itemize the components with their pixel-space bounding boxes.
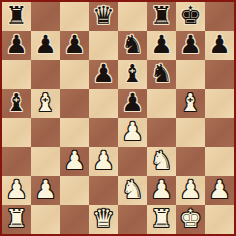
square-d8[interactable]: ♛ bbox=[89, 2, 118, 31]
piece-black-pawn-d6[interactable]: ♟ bbox=[92, 59, 114, 88]
square-d1[interactable]: ♛ bbox=[89, 205, 118, 234]
piece-black-bishop-e6[interactable]: ♝ bbox=[121, 59, 143, 88]
square-h3[interactable] bbox=[205, 147, 234, 176]
square-h7[interactable]: ♟ bbox=[205, 31, 234, 60]
square-b6[interactable] bbox=[31, 60, 60, 89]
square-e6[interactable]: ♝ bbox=[118, 60, 147, 89]
square-f1[interactable]: ♜ bbox=[147, 205, 176, 234]
piece-white-bishop-g5[interactable]: ♝ bbox=[179, 88, 201, 117]
square-b4[interactable] bbox=[31, 118, 60, 147]
square-d5[interactable] bbox=[89, 89, 118, 118]
square-d6[interactable]: ♟ bbox=[89, 60, 118, 89]
square-c7[interactable]: ♟ bbox=[60, 31, 89, 60]
piece-white-pawn-g2[interactable]: ♟ bbox=[179, 175, 201, 204]
square-b3[interactable] bbox=[31, 147, 60, 176]
square-c2[interactable] bbox=[60, 176, 89, 205]
piece-white-rook-f1[interactable]: ♜ bbox=[150, 204, 172, 233]
square-c4[interactable] bbox=[60, 118, 89, 147]
piece-white-pawn-e4[interactable]: ♟ bbox=[121, 117, 143, 146]
piece-white-pawn-f2[interactable]: ♟ bbox=[150, 175, 172, 204]
square-h8[interactable] bbox=[205, 2, 234, 31]
square-h5[interactable] bbox=[205, 89, 234, 118]
square-g3[interactable] bbox=[176, 147, 205, 176]
square-c8[interactable] bbox=[60, 2, 89, 31]
square-b8[interactable] bbox=[31, 2, 60, 31]
piece-white-queen-d1[interactable]: ♛ bbox=[92, 204, 114, 233]
board-frame: ♜♛♜♚♟♟♟♞♟♟♟♟♝♞♝♝♟♝♟♟♟♞♟♟♞♟♟♟♜♛♜♚ bbox=[0, 0, 236, 236]
square-f6[interactable]: ♞ bbox=[147, 60, 176, 89]
square-h4[interactable] bbox=[205, 118, 234, 147]
square-a8[interactable]: ♜ bbox=[2, 2, 31, 31]
square-a2[interactable]: ♟ bbox=[2, 176, 31, 205]
square-a7[interactable]: ♟ bbox=[2, 31, 31, 60]
square-b1[interactable] bbox=[31, 205, 60, 234]
piece-black-king-g8[interactable]: ♚ bbox=[179, 1, 201, 30]
square-c6[interactable] bbox=[60, 60, 89, 89]
square-d2[interactable] bbox=[89, 176, 118, 205]
piece-white-knight-f3[interactable]: ♞ bbox=[150, 146, 172, 175]
square-e7[interactable]: ♞ bbox=[118, 31, 147, 60]
square-g6[interactable] bbox=[176, 60, 205, 89]
piece-white-pawn-h2[interactable]: ♟ bbox=[208, 175, 230, 204]
square-h1[interactable] bbox=[205, 205, 234, 234]
square-g4[interactable] bbox=[176, 118, 205, 147]
piece-white-pawn-c3[interactable]: ♟ bbox=[63, 146, 85, 175]
piece-black-bishop-a5[interactable]: ♝ bbox=[5, 88, 27, 117]
square-h2[interactable]: ♟ bbox=[205, 176, 234, 205]
piece-black-knight-e7[interactable]: ♞ bbox=[121, 30, 143, 59]
piece-black-pawn-c7[interactable]: ♟ bbox=[63, 30, 85, 59]
piece-white-pawn-b2[interactable]: ♟ bbox=[34, 175, 56, 204]
square-g5[interactable]: ♝ bbox=[176, 89, 205, 118]
square-c1[interactable] bbox=[60, 205, 89, 234]
square-e1[interactable] bbox=[118, 205, 147, 234]
piece-black-pawn-b7[interactable]: ♟ bbox=[34, 30, 56, 59]
square-g2[interactable]: ♟ bbox=[176, 176, 205, 205]
piece-black-rook-f8[interactable]: ♜ bbox=[150, 1, 172, 30]
piece-black-rook-a8[interactable]: ♜ bbox=[5, 1, 27, 30]
piece-white-knight-e2[interactable]: ♞ bbox=[121, 175, 143, 204]
piece-white-king-g1[interactable]: ♚ bbox=[179, 204, 201, 233]
square-a3[interactable] bbox=[2, 147, 31, 176]
chess-board: ♜♛♜♚♟♟♟♞♟♟♟♟♝♞♝♝♟♝♟♟♟♞♟♟♞♟♟♟♜♛♜♚ bbox=[2, 2, 234, 234]
piece-black-pawn-a7[interactable]: ♟ bbox=[5, 30, 27, 59]
square-b5[interactable]: ♝ bbox=[31, 89, 60, 118]
piece-white-bishop-b5[interactable]: ♝ bbox=[34, 88, 56, 117]
piece-white-pawn-a2[interactable]: ♟ bbox=[5, 175, 27, 204]
square-b7[interactable]: ♟ bbox=[31, 31, 60, 60]
square-e3[interactable] bbox=[118, 147, 147, 176]
square-e2[interactable]: ♞ bbox=[118, 176, 147, 205]
square-e4[interactable]: ♟ bbox=[118, 118, 147, 147]
square-a5[interactable]: ♝ bbox=[2, 89, 31, 118]
piece-black-pawn-e5[interactable]: ♟ bbox=[121, 88, 143, 117]
square-d4[interactable] bbox=[89, 118, 118, 147]
square-f4[interactable] bbox=[147, 118, 176, 147]
square-g1[interactable]: ♚ bbox=[176, 205, 205, 234]
square-b2[interactable]: ♟ bbox=[31, 176, 60, 205]
piece-black-queen-d8[interactable]: ♛ bbox=[92, 1, 114, 30]
square-f8[interactable]: ♜ bbox=[147, 2, 176, 31]
square-d7[interactable] bbox=[89, 31, 118, 60]
square-f5[interactable] bbox=[147, 89, 176, 118]
piece-black-pawn-f7[interactable]: ♟ bbox=[150, 30, 172, 59]
square-g7[interactable]: ♟ bbox=[176, 31, 205, 60]
piece-white-rook-a1[interactable]: ♜ bbox=[5, 204, 27, 233]
square-e5[interactable]: ♟ bbox=[118, 89, 147, 118]
square-a4[interactable] bbox=[2, 118, 31, 147]
square-a6[interactable] bbox=[2, 60, 31, 89]
square-g8[interactable]: ♚ bbox=[176, 2, 205, 31]
square-c5[interactable] bbox=[60, 89, 89, 118]
square-e8[interactable] bbox=[118, 2, 147, 31]
piece-black-knight-f6[interactable]: ♞ bbox=[150, 59, 172, 88]
square-f7[interactable]: ♟ bbox=[147, 31, 176, 60]
square-f2[interactable]: ♟ bbox=[147, 176, 176, 205]
square-f3[interactable]: ♞ bbox=[147, 147, 176, 176]
square-c3[interactable]: ♟ bbox=[60, 147, 89, 176]
square-a1[interactable]: ♜ bbox=[2, 205, 31, 234]
piece-black-pawn-h7[interactable]: ♟ bbox=[208, 30, 230, 59]
square-d3[interactable]: ♟ bbox=[89, 147, 118, 176]
square-h6[interactable] bbox=[205, 60, 234, 89]
piece-white-pawn-d3[interactable]: ♟ bbox=[92, 146, 114, 175]
piece-black-pawn-g7[interactable]: ♟ bbox=[179, 30, 201, 59]
